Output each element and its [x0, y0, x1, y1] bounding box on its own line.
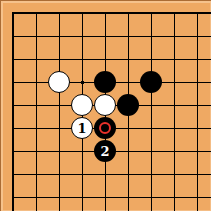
stone-black[interactable]	[94, 71, 116, 93]
stone-move-number: 2	[100, 145, 109, 158]
stone-white[interactable]	[94, 94, 116, 116]
stone-white-1[interactable]: 1	[71, 117, 93, 139]
stone-black[interactable]	[117, 94, 139, 116]
stone-black-circled[interactable]	[94, 117, 116, 139]
stone-white[interactable]	[71, 94, 93, 116]
go-board: 12	[0, 0, 211, 211]
board-intersections: 12	[2, 2, 209, 209]
red-circle-marker	[99, 122, 111, 134]
stone-black-2[interactable]: 2	[94, 140, 116, 162]
stone-move-number: 1	[77, 122, 86, 135]
stone-black[interactable]	[140, 71, 162, 93]
stone-white[interactable]	[48, 71, 70, 93]
